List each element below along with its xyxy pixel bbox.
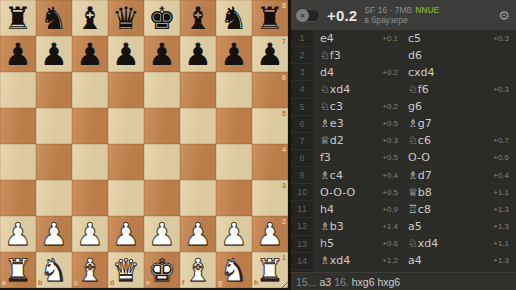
black-move[interactable]: a5+1.3: [403, 218, 516, 234]
white-king[interactable]: ♚: [148, 252, 176, 288]
file-label-d: d: [110, 279, 114, 286]
rank-label-7: 7: [282, 38, 286, 45]
square-d1[interactable]: ♛d: [108, 252, 144, 288]
move-number: 9: [291, 167, 313, 183]
square-e4[interactable]: [144, 144, 180, 180]
black-move-eval: +1.1: [493, 239, 516, 248]
square-d2[interactable]: ♟: [108, 216, 144, 252]
square-b1[interactable]: ♞b: [36, 252, 72, 288]
move-number: 4: [291, 81, 313, 97]
move-row: 13h5+0.6♘xd4+1.1: [291, 236, 516, 253]
engine-subtitle: в браузере: [364, 15, 439, 25]
white-pawn[interactable]: ♟: [184, 216, 212, 252]
black-move-eval: +0.3: [493, 85, 516, 94]
white-move-text: ♗c4: [313, 169, 343, 182]
black-pawn[interactable]: ♟: [76, 36, 104, 72]
square-d4[interactable]: [108, 144, 144, 180]
square-h6[interactable]: 6: [252, 72, 288, 108]
move-number: 13: [291, 236, 313, 252]
pv-move-number: 16.: [334, 276, 349, 288]
black-move[interactable]: cxd4: [403, 64, 516, 80]
file-label-f: f: [182, 279, 184, 286]
engine-name-text: SF 16 · 7MB: [364, 5, 412, 15]
rank-label-6: 6: [282, 74, 286, 81]
chess-board: ♜♞♝♛♚♝♞♜8♟♟♟♟♟♟♟♟76543♟♟♟♟♟♟♟♟2♜a♞b♝c♛d♚…: [0, 0, 291, 290]
black-pawn[interactable]: ♟: [256, 36, 284, 72]
engine-panel: × +0.2 SF 16 · 7MBNNUE в браузере ⚙ 1e4+…: [291, 0, 516, 290]
white-rook[interactable]: ♜: [256, 252, 284, 288]
square-g2[interactable]: ♟: [216, 216, 252, 252]
rank-label-2: 2: [282, 218, 286, 225]
white-move-text: ♘f3: [313, 49, 341, 62]
white-move-eval: +0.1: [382, 34, 403, 43]
move-number: 14: [291, 253, 313, 269]
square-c8[interactable]: ♝: [72, 0, 108, 36]
black-pawn[interactable]: ♟: [184, 36, 212, 72]
square-b2[interactable]: ♟: [36, 216, 72, 252]
board-grid: ♜♞♝♛♚♝♞♜8♟♟♟♟♟♟♟♟76543♟♟♟♟♟♟♟♟2♜a♞b♝c♛d♚…: [0, 0, 288, 288]
black-move-eval: +0.3: [493, 34, 516, 43]
black-move-text: a4: [403, 254, 422, 267]
white-move[interactable]: e4+0.1: [313, 30, 403, 46]
white-move-eval: +1.4: [382, 222, 403, 231]
move-row: 6♗e3+0.5♗g7: [291, 116, 516, 133]
white-bishop[interactable]: ♝: [76, 252, 104, 288]
white-move-eval: +0.5: [382, 188, 403, 197]
white-move-eval: +0.3: [382, 136, 403, 145]
black-move-text: ♗d7: [403, 169, 432, 182]
white-move-text: ♗e3: [313, 117, 344, 130]
square-e5[interactable]: [144, 108, 180, 144]
black-move[interactable]: ♗d7+0.4: [403, 167, 516, 183]
move-number: 12: [291, 218, 313, 234]
black-move-text: ♘f6: [403, 83, 429, 96]
white-move-text: h4: [313, 203, 334, 216]
file-label-b: b: [38, 279, 42, 286]
white-move-text: ♗xd4: [313, 254, 350, 267]
black-move[interactable]: g6: [403, 99, 516, 115]
black-move[interactable]: O-O+0.6: [403, 150, 516, 166]
file-label-g: g: [218, 279, 222, 286]
black-move-text: ♗g7: [403, 117, 432, 130]
square-b3[interactable]: [36, 180, 72, 216]
white-knight[interactable]: ♞: [40, 252, 68, 288]
square-a7[interactable]: ♟: [0, 36, 36, 72]
black-knight[interactable]: ♞: [220, 0, 248, 36]
square-e8[interactable]: ♚: [144, 0, 180, 36]
black-queen[interactable]: ♛: [112, 0, 140, 36]
square-g1[interactable]: ♞g: [216, 252, 252, 288]
square-f2[interactable]: ♟: [180, 216, 216, 252]
white-move[interactable]: h5+0.6: [313, 236, 403, 252]
square-f3[interactable]: [180, 180, 216, 216]
move-row: 14♗xd4+1.2a4+1.3: [291, 253, 516, 270]
file-label-e: e: [146, 279, 150, 286]
white-move[interactable]: ♘f3: [313, 47, 403, 63]
black-move-text: d6: [403, 49, 422, 62]
white-pawn[interactable]: ♟: [4, 216, 32, 252]
white-pawn[interactable]: ♟: [220, 216, 248, 252]
white-move[interactable]: d4+0.2: [313, 64, 403, 80]
black-move-text: c5: [403, 32, 421, 45]
move-row: 7♕d2+0.3♘c6+0.7: [291, 133, 516, 150]
white-move-text: e4: [313, 32, 334, 45]
square-d8[interactable]: ♛: [108, 0, 144, 36]
black-move-text: g6: [403, 100, 422, 113]
square-h3[interactable]: 3: [252, 180, 288, 216]
black-move-eval: +1.3: [493, 222, 516, 231]
square-b7[interactable]: ♟: [36, 36, 72, 72]
white-move-eval: +0.6: [382, 239, 403, 248]
square-h4[interactable]: 4: [252, 144, 288, 180]
white-move-text: d4: [313, 66, 334, 79]
move-row: 5♘c3+0.2g6: [291, 99, 516, 116]
rank-label-3: 3: [282, 182, 286, 189]
square-h5[interactable]: 5: [252, 108, 288, 144]
white-queen[interactable]: ♛: [112, 252, 140, 288]
black-move[interactable]: d6: [403, 47, 516, 63]
white-move-text: ♘xd4: [313, 83, 350, 96]
black-move-text: ♕b8: [403, 186, 432, 199]
square-a8[interactable]: ♜: [0, 0, 36, 36]
white-move-eval: +0.2: [382, 102, 403, 111]
engine-name: SF 16 · 7MBNNUE: [364, 5, 439, 15]
white-move-text: O-O-O: [313, 186, 355, 199]
square-d3[interactable]: [108, 180, 144, 216]
move-number: 1: [291, 30, 313, 46]
square-c3[interactable]: [72, 180, 108, 216]
engine-info: SF 16 · 7MBNNUE в браузере: [364, 5, 439, 25]
square-f5[interactable]: [180, 108, 216, 144]
white-rook[interactable]: ♜: [4, 252, 32, 288]
black-move-text: cxd4: [403, 66, 435, 79]
white-move-eval: +0.5: [382, 153, 403, 162]
white-move[interactable]: ♗e3+0.5: [313, 116, 403, 132]
rank-label-5: 5: [282, 110, 286, 117]
black-move-eval: +1.1: [493, 188, 516, 197]
white-pawn[interactable]: ♟: [40, 216, 68, 252]
pv-move: hxg6 hxg6: [352, 276, 400, 288]
black-move-eval: +1.3: [493, 256, 516, 265]
square-g4[interactable]: [216, 144, 252, 180]
black-bishop[interactable]: ♝: [184, 0, 212, 36]
rank-label-8: 8: [282, 2, 286, 9]
move-row: 9♗c4+0.4♗d7+0.4: [291, 167, 516, 184]
square-e3[interactable]: [144, 180, 180, 216]
square-c6[interactable]: [72, 72, 108, 108]
rank-label-1: 1: [282, 254, 286, 261]
square-e7[interactable]: ♟: [144, 36, 180, 72]
black-pawn[interactable]: ♟: [220, 36, 248, 72]
square-e6[interactable]: [144, 72, 180, 108]
white-pawn[interactable]: ♟: [256, 216, 284, 252]
square-d6[interactable]: [108, 72, 144, 108]
white-move-eval: +0.5: [382, 119, 403, 128]
file-label-a: a: [2, 279, 6, 286]
pv-move: a3: [319, 276, 331, 288]
white-move-eval: +1.2: [382, 256, 403, 265]
engine-header: × +0.2 SF 16 · 7MBNNUE в браузере ⚙: [291, 0, 516, 30]
square-c7[interactable]: ♟: [72, 36, 108, 72]
black-pawn[interactable]: ♟: [148, 36, 176, 72]
move-number: 2: [291, 47, 313, 63]
square-g5[interactable]: [216, 108, 252, 144]
black-move-eval: +1.3: [493, 205, 516, 214]
engine-pv-bar[interactable]: 15... a3 16. hxg6 hxg6: [291, 272, 516, 290]
white-move-eval: +0.9: [382, 205, 403, 214]
black-bishop[interactable]: ♝: [76, 0, 104, 36]
square-a2[interactable]: ♟: [0, 216, 36, 252]
black-move[interactable]: ♖c8+1.3: [403, 201, 516, 217]
black-move[interactable]: ♗g7: [403, 116, 516, 132]
gear-icon[interactable]: ⚙: [498, 8, 510, 23]
white-move-eval: +0.4: [382, 171, 403, 180]
white-move-text: ♘c3: [313, 100, 343, 113]
white-pawn[interactable]: ♟: [76, 216, 104, 252]
square-c5[interactable]: [72, 108, 108, 144]
square-h8[interactable]: ♜8: [252, 0, 288, 36]
move-row: 8f3+0.5O-O+0.6: [291, 150, 516, 167]
square-b8[interactable]: ♞: [36, 0, 72, 36]
black-pawn[interactable]: ♟: [40, 36, 68, 72]
analysis-app: ♜♞♝♛♚♝♞♜8♟♟♟♟♟♟♟♟76543♟♟♟♟♟♟♟♟2♜a♞b♝c♛d♚…: [0, 0, 516, 290]
square-a1[interactable]: ♜a: [0, 252, 36, 288]
white-bishop[interactable]: ♝: [184, 252, 212, 288]
square-b6[interactable]: [36, 72, 72, 108]
white-move[interactable]: ♕d2+0.3: [313, 133, 403, 149]
black-move-eval: +0.7: [493, 136, 516, 145]
engine-toggle[interactable]: ×: [296, 9, 320, 22]
square-d5[interactable]: [108, 108, 144, 144]
move-row: 10O-O-O+0.5♕b8+1.1: [291, 184, 516, 201]
black-rook[interactable]: ♜: [4, 0, 32, 36]
evaluation-score: +0.2: [327, 7, 357, 24]
white-pawn[interactable]: ♟: [112, 216, 140, 252]
white-move[interactable]: h4+0.9: [313, 201, 403, 217]
move-row: 2♘f3d6: [291, 47, 516, 64]
square-d7[interactable]: ♟: [108, 36, 144, 72]
square-e2[interactable]: ♟: [144, 216, 180, 252]
square-f7[interactable]: ♟: [180, 36, 216, 72]
square-h2[interactable]: ♟2: [252, 216, 288, 252]
black-king[interactable]: ♚: [148, 0, 176, 36]
white-move-eval: +0.2: [382, 68, 403, 77]
square-b5[interactable]: [36, 108, 72, 144]
black-move[interactable]: ♘c6+0.7: [403, 133, 516, 149]
black-move[interactable]: ♕b8+1.1: [403, 184, 516, 200]
black-move-text: ♘c6: [403, 134, 431, 147]
square-c1[interactable]: ♝c: [72, 252, 108, 288]
move-row: 1e4+0.1c5+0.3: [291, 30, 516, 47]
move-row: 12♗b3+1.4a5+1.3: [291, 218, 516, 235]
white-move[interactable]: ♘c3+0.2: [313, 99, 403, 115]
square-a5[interactable]: [0, 108, 36, 144]
black-rook[interactable]: ♜: [256, 0, 284, 36]
move-row: 3d4+0.2cxd4: [291, 64, 516, 81]
file-label-h: h: [254, 279, 258, 286]
square-c4[interactable]: [72, 144, 108, 180]
square-a3[interactable]: [0, 180, 36, 216]
square-g7[interactable]: ♟: [216, 36, 252, 72]
square-b4[interactable]: [36, 144, 72, 180]
square-f1[interactable]: ♝f: [180, 252, 216, 288]
white-move-text: f3: [313, 151, 331, 164]
move-number: 5: [291, 99, 313, 115]
square-f6[interactable]: [180, 72, 216, 108]
square-f4[interactable]: [180, 144, 216, 180]
square-a6[interactable]: [0, 72, 36, 108]
move-row: 11h4+0.9♖c8+1.3: [291, 201, 516, 218]
black-pawn[interactable]: ♟: [4, 36, 32, 72]
move-number: 10: [291, 184, 313, 200]
square-g3[interactable]: [216, 180, 252, 216]
black-move-text: a5: [403, 220, 422, 233]
black-move[interactable]: ♘f6+0.3: [403, 81, 516, 97]
white-move[interactable]: ♗xd4+1.2: [313, 253, 403, 269]
move-number: 6: [291, 116, 313, 132]
engine-toggle-knob[interactable]: ×: [296, 9, 309, 22]
white-knight[interactable]: ♞: [220, 252, 248, 288]
move-number: 3: [291, 64, 313, 80]
move-number: 7: [291, 133, 313, 149]
pv-move-number: 15...: [296, 276, 316, 288]
black-move[interactable]: a4+1.3: [403, 253, 516, 269]
file-label-c: c: [74, 279, 78, 286]
move-number: 8: [291, 150, 313, 166]
move-row: 4♘xd4♘f6+0.3: [291, 81, 516, 98]
square-c2[interactable]: ♟: [72, 216, 108, 252]
black-move[interactable]: ♘xd4+1.1: [403, 236, 516, 252]
black-pawn[interactable]: ♟: [112, 36, 140, 72]
white-move-text: ♕d2: [313, 134, 344, 147]
black-move-text: O-O: [403, 151, 430, 164]
black-knight[interactable]: ♞: [40, 0, 68, 36]
black-move-text: ♘xd4: [403, 237, 438, 250]
nnue-badge: NNUE: [415, 5, 439, 15]
black-move-eval: +0.6: [493, 153, 516, 162]
move-list: 1e4+0.1c5+0.32♘f3d63d4+0.2cxd44♘xd4♘f6+0…: [291, 30, 516, 272]
white-move[interactable]: O-O-O+0.5: [313, 184, 403, 200]
black-move-eval: +0.4: [493, 171, 516, 180]
white-move[interactable]: ♗c4+0.4: [313, 167, 403, 183]
move-number: 11: [291, 201, 313, 217]
square-f8[interactable]: ♝: [180, 0, 216, 36]
square-a4[interactable]: [0, 144, 36, 180]
white-pawn[interactable]: ♟: [148, 216, 176, 252]
square-e1[interactable]: ♚e: [144, 252, 180, 288]
square-h1[interactable]: ♜1h: [252, 252, 288, 288]
black-move-text: ♖c8: [403, 203, 431, 216]
square-g8[interactable]: ♞: [216, 0, 252, 36]
square-g6[interactable]: [216, 72, 252, 108]
white-move[interactable]: f3+0.5: [313, 150, 403, 166]
rank-label-4: 4: [282, 146, 286, 153]
white-move[interactable]: ♘xd4: [313, 81, 403, 97]
white-move-text: ♗b3: [313, 220, 344, 233]
square-h7[interactable]: ♟7: [252, 36, 288, 72]
white-move[interactable]: ♗b3+1.4: [313, 218, 403, 234]
black-move[interactable]: c5+0.3: [403, 30, 516, 46]
white-move-text: h5: [313, 237, 334, 250]
